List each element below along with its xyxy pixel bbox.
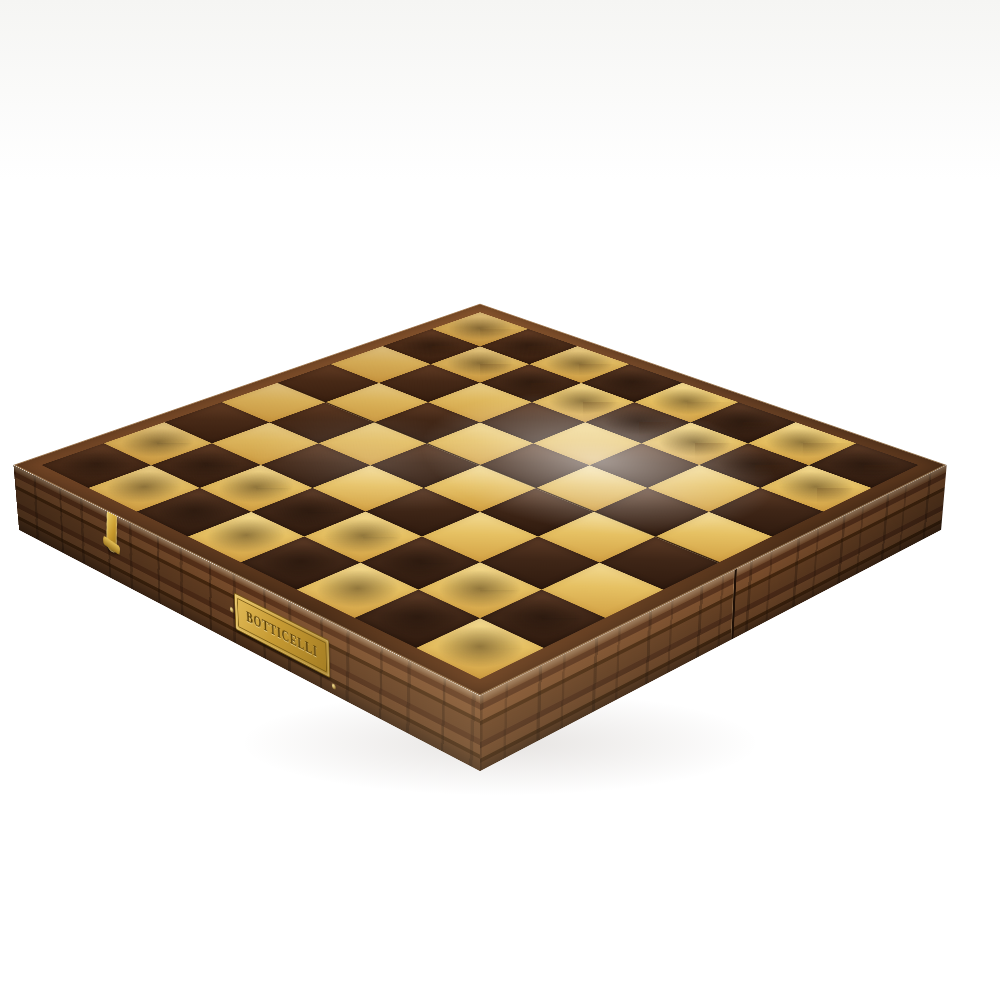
plaque-screw-left [230,606,234,613]
board-grid [42,312,919,679]
product-photo-scene: BOTTICELLI ♜♞♝♚♛♝♞♜♟♟♟♟♟♟♟♟♟♟♟♟♟♟♟♟♜♞♝♚♛… [0,0,1000,1000]
board-top [13,304,946,696]
brass-clasp [106,505,117,555]
plaque-screw-right [332,683,336,690]
fold-seam-side [731,569,736,640]
chess-board-3d: BOTTICELLI ♜♞♝♚♛♝♞♜♟♟♟♟♟♟♟♟♟♟♟♟♟♟♟♟♜♞♝♚♛… [13,304,946,696]
